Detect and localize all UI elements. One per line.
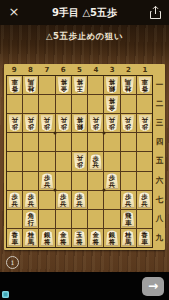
board-cell: 歩兵 <box>88 114 103 132</box>
piece-label: 銀将 <box>108 77 115 91</box>
share-icon[interactable] <box>149 5 162 20</box>
rank-labels: 一二三四五六七八九 <box>154 75 165 248</box>
shogi-piece: 歩兵 <box>89 115 103 132</box>
board-cell <box>88 191 103 209</box>
board-cell: 歩兵 <box>72 191 87 209</box>
piece-label: 王将 <box>76 77 83 91</box>
board-cell: 香車 <box>137 76 152 94</box>
piece-label: 歩兵 <box>76 194 83 208</box>
board-cell: 桂馬 <box>121 229 136 247</box>
board-cell <box>88 133 103 151</box>
star-point <box>103 189 106 192</box>
shogi-piece: 歩兵 <box>121 115 135 132</box>
piece-label: 歩兵 <box>11 194 18 208</box>
piece-label: 歩兵 <box>76 154 83 168</box>
board-cell <box>56 95 71 113</box>
shogi-piece: 歩兵 <box>105 115 119 132</box>
piece-label: 銀将 <box>76 115 83 129</box>
piece-label: 香車 <box>11 232 18 246</box>
piece-label: 歩兵 <box>27 194 34 208</box>
board-cell <box>121 172 136 190</box>
board-cell <box>39 210 54 228</box>
shogi-piece: 銀将 <box>105 230 119 247</box>
board-cell <box>56 172 71 190</box>
shogi-piece: 金将 <box>57 230 71 247</box>
board-cell: 歩兵 <box>7 191 22 209</box>
shogi-piece: 歩兵 <box>57 115 71 132</box>
board-cell: 香車 <box>7 229 22 247</box>
shogi-piece: 歩兵 <box>40 115 54 132</box>
board-cell: 歩兵 <box>56 191 71 209</box>
board-cell: 金将 <box>56 76 71 94</box>
board-cell: 金将 <box>56 229 71 247</box>
watermark-icon <box>2 291 9 298</box>
piece-label: 歩兵 <box>60 115 67 129</box>
board-cell <box>137 133 152 151</box>
board-cell <box>39 152 54 170</box>
piece-label: 歩兵 <box>108 175 115 189</box>
shogi-piece: 金将 <box>89 230 103 247</box>
shogi-piece: 玉将 <box>73 230 87 247</box>
board-cell: 歩兵 <box>104 114 119 132</box>
board-cell <box>88 95 103 113</box>
shogi-piece: 歩兵 <box>8 115 22 132</box>
rank-label: 五 <box>154 152 165 171</box>
shogi-piece: 歩兵 <box>57 192 71 209</box>
board-cell: 玉将 <box>72 229 87 247</box>
board-cell: 歩兵 <box>23 114 38 132</box>
move-comment: △5五歩止めの狙い <box>0 31 169 43</box>
board-cell <box>137 95 152 113</box>
piece-label: 歩兵 <box>92 156 99 170</box>
board-cell: 歩兵 <box>121 114 136 132</box>
star-point <box>103 131 106 134</box>
board-cell: 銀将 <box>72 114 87 132</box>
board-cell <box>39 191 54 209</box>
piece-label: 金将 <box>92 232 99 246</box>
board-cell <box>7 172 22 190</box>
shogi-piece: 桂馬 <box>24 230 38 247</box>
piece-label: 飛車 <box>125 213 132 227</box>
shogi-piece: 王将 <box>73 77 87 94</box>
board-cell <box>23 172 38 190</box>
board-cell: 王将 <box>72 76 87 94</box>
board-cell <box>104 210 119 228</box>
board-cell <box>137 172 152 190</box>
shogi-piece: 香車 <box>8 230 22 247</box>
board-cell: 歩兵 <box>56 114 71 132</box>
piece-label: 銀将 <box>44 232 51 246</box>
shogi-piece: 歩兵 <box>105 173 119 190</box>
board-cell: 香車 <box>7 76 22 94</box>
piece-label: 金将 <box>60 77 67 91</box>
board-cell <box>7 152 22 170</box>
shogi-piece: 歩兵 <box>138 192 152 209</box>
piece-label: 桂馬 <box>27 77 34 91</box>
piece-label: 金将 <box>108 96 115 110</box>
shogi-piece: 桂馬 <box>121 77 135 94</box>
board-cell <box>56 133 71 151</box>
rank-label: 三 <box>154 113 165 132</box>
shogi-piece: 歩兵 <box>73 153 87 170</box>
board-cell: 桂馬 <box>121 76 136 94</box>
board-cell <box>7 210 22 228</box>
bottom-bar: → <box>0 272 169 300</box>
board-cell: 金将 <box>88 229 103 247</box>
next-move-button[interactable]: → <box>142 277 164 296</box>
shogi-piece: 桂馬 <box>24 77 38 94</box>
file-labels: 987654321 <box>6 64 153 75</box>
board-cell <box>23 133 38 151</box>
board-cell: 歩兵 <box>23 191 38 209</box>
board-cell: 桂馬 <box>23 229 38 247</box>
piece-label: 歩兵 <box>11 115 18 129</box>
board-cell: 銀将 <box>39 229 54 247</box>
piece-label: 歩兵 <box>125 194 132 208</box>
piece-label: 歩兵 <box>44 115 51 129</box>
rank-label: 七 <box>154 190 165 209</box>
page-title: 9手目 △5五歩 <box>24 0 145 25</box>
piece-label: 歩兵 <box>125 115 132 129</box>
board-cell: 歩兵 <box>121 191 136 209</box>
board-cell: 歩兵 <box>39 114 54 132</box>
board-cell: 銀将 <box>104 229 119 247</box>
shogi-piece: 歩兵 <box>121 192 135 209</box>
shogi-piece: 歩兵 <box>24 192 38 209</box>
board-cell: 桂馬 <box>23 76 38 94</box>
shogi-piece: 香車 <box>138 230 152 247</box>
piece-label: 玉将 <box>76 232 83 246</box>
star-point <box>53 131 56 134</box>
piece-label: 歩兵 <box>141 194 148 208</box>
board-cell <box>7 133 22 151</box>
app-window: × 9手目 △5五歩 △5五歩止めの狙い 987654321 一二三四五六七八九… <box>0 0 169 300</box>
close-icon[interactable]: × <box>6 4 22 20</box>
board-grid-wrap: 香車桂馬金将王将銀将桂馬香車金将歩兵歩兵歩兵歩兵銀将歩兵歩兵歩兵歩兵歩兵歩兵歩兵… <box>6 75 153 248</box>
shogi-piece: 香車 <box>8 77 22 94</box>
piece-label: 歩兵 <box>60 194 67 208</box>
board-cell <box>72 172 87 190</box>
star-point <box>53 189 56 192</box>
board-cell <box>121 133 136 151</box>
board-cell <box>23 152 38 170</box>
info-button[interactable]: i <box>6 256 19 269</box>
shogi-piece: 銀将 <box>40 230 54 247</box>
board-cell: 香車 <box>137 229 152 247</box>
board-cell <box>72 133 87 151</box>
rank-label: 九 <box>154 229 165 248</box>
board-cell: 金将 <box>104 95 119 113</box>
rank-label: 四 <box>154 133 165 152</box>
board-cell <box>121 152 136 170</box>
board-cell <box>88 76 103 94</box>
board-grid: 香車桂馬金将王将銀将桂馬香車金将歩兵歩兵歩兵歩兵銀将歩兵歩兵歩兵歩兵歩兵歩兵歩兵… <box>6 75 153 248</box>
board-cell: 歩兵 <box>88 152 103 170</box>
shogi-piece: 歩兵 <box>138 115 152 132</box>
rank-label: 六 <box>154 171 165 190</box>
board-cell: 歩兵 <box>7 114 22 132</box>
piece-label: 歩兵 <box>108 115 115 129</box>
piece-label: 香車 <box>141 77 148 91</box>
piece-label: 桂馬 <box>125 232 132 246</box>
board-cell <box>56 210 71 228</box>
board-cell <box>104 191 119 209</box>
shogi-piece: 銀将 <box>73 115 87 132</box>
shogi-piece: 金将 <box>57 77 71 94</box>
board-cell <box>7 95 22 113</box>
shogi-piece: 歩兵 <box>40 173 54 190</box>
shogi-piece: 香車 <box>138 77 152 94</box>
shogi-board: 987654321 一二三四五六七八九 香車桂馬金将王将銀将桂馬香車金将歩兵歩兵… <box>4 64 165 250</box>
nav-bar: × 9手目 △5五歩 <box>0 0 169 25</box>
rank-label: 八 <box>154 210 165 229</box>
board-cell <box>23 95 38 113</box>
board-cell <box>121 95 136 113</box>
board-cell <box>88 210 103 228</box>
shogi-piece: 歩兵 <box>73 192 87 209</box>
board-cell <box>39 133 54 151</box>
board-cell <box>104 152 119 170</box>
piece-label: 香車 <box>11 77 18 91</box>
piece-label: 桂馬 <box>27 232 34 246</box>
shogi-piece: 歩兵 <box>24 115 38 132</box>
board-cell <box>137 152 152 170</box>
piece-label: 歩兵 <box>92 115 99 129</box>
piece-label: 歩兵 <box>141 115 148 129</box>
shogi-piece: 桂馬 <box>121 230 135 247</box>
rank-label: 二 <box>154 94 165 113</box>
board-cell <box>137 210 152 228</box>
board-cell: 歩兵 <box>104 172 119 190</box>
shogi-piece: 飛車 <box>121 211 135 228</box>
board-cell <box>88 172 103 190</box>
shogi-piece: 歩兵 <box>89 154 103 171</box>
board-cell <box>56 152 71 170</box>
shogi-piece: 角行 <box>24 211 38 228</box>
board-cell <box>104 133 119 151</box>
board-cell <box>72 95 87 113</box>
piece-label: 角行 <box>27 213 34 227</box>
board-cell: 角行 <box>23 210 38 228</box>
board-cell: 歩兵 <box>137 114 152 132</box>
piece-label: 桂馬 <box>125 77 132 91</box>
board-cell: 銀将 <box>104 76 119 94</box>
board-cell: 歩兵 <box>137 191 152 209</box>
piece-label: 歩兵 <box>44 175 51 189</box>
piece-label: 金将 <box>60 232 67 246</box>
piece-label: 香車 <box>141 232 148 246</box>
board-cell <box>39 95 54 113</box>
board-cell <box>39 76 54 94</box>
board-cell: 歩兵 <box>39 172 54 190</box>
shogi-piece: 金将 <box>105 96 119 113</box>
board-cell: 歩兵 <box>72 152 87 170</box>
shogi-piece: 歩兵 <box>8 192 22 209</box>
board-cell: 飛車 <box>121 210 136 228</box>
piece-label: 歩兵 <box>27 115 34 129</box>
board-cell <box>72 210 87 228</box>
shogi-piece: 銀将 <box>105 77 119 94</box>
piece-label: 銀将 <box>108 232 115 246</box>
rank-label: 一 <box>154 75 165 94</box>
